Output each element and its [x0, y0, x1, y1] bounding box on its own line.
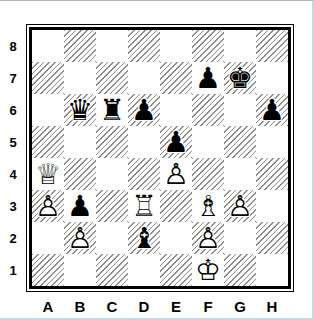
square-f8: [192, 30, 224, 62]
square-b8: [64, 30, 96, 62]
piece-halo: ♛: [32, 158, 64, 190]
square-c7: [96, 62, 128, 94]
square-g7: ♚♚: [224, 62, 256, 94]
square-e5: ♟♟: [160, 126, 192, 158]
square-f7: ♟♟: [192, 62, 224, 94]
square-h2: [256, 222, 288, 254]
square-h1: [256, 254, 288, 286]
rank-label-7: 7: [0, 62, 26, 94]
black-pawn-piece: ♟: [128, 94, 160, 126]
rank-label-6: 6: [0, 94, 26, 126]
square-c5: [96, 126, 128, 158]
square-h6: ♟♟: [256, 94, 288, 126]
square-f6: [192, 94, 224, 126]
square-a1: [32, 254, 64, 286]
square-c6: ♜♜: [96, 94, 128, 126]
square-g5: [224, 126, 256, 158]
white-pawn-piece: ♙: [160, 158, 192, 190]
square-d6: ♟♟: [128, 94, 160, 126]
square-e8: [160, 30, 192, 62]
square-c4: [96, 158, 128, 190]
rank-label-2: 2: [0, 222, 26, 254]
square-h3: [256, 190, 288, 222]
square-a5: [32, 126, 64, 158]
chess-diagram: 87654321 ♟♟♚♚♛♛♜♜♟♟♟♟♟♟♛♕♟♙♟♙♟♟♜♖♝♗♟♙♟♙♝…: [0, 0, 314, 320]
square-a6: [32, 94, 64, 126]
square-g8: [224, 30, 256, 62]
rank-labels: 87654321: [0, 30, 26, 286]
square-b6: ♛♛: [64, 94, 96, 126]
square-b3: ♟♟: [64, 190, 96, 222]
file-labels: ABCDEFGH: [32, 296, 288, 316]
piece-halo: ♟: [224, 190, 256, 222]
square-d8: [128, 30, 160, 62]
square-e1: [160, 254, 192, 286]
square-a3: ♟♙: [32, 190, 64, 222]
piece-halo: ♝: [192, 190, 224, 222]
square-c8: [96, 30, 128, 62]
square-d4: [128, 158, 160, 190]
rank-label-5: 5: [0, 126, 26, 158]
file-label-h: H: [256, 296, 288, 316]
square-g2: [224, 222, 256, 254]
black-pawn-piece: ♟: [160, 126, 192, 158]
square-f2: ♟♙: [192, 222, 224, 254]
piece-halo: ♟: [128, 94, 160, 126]
square-a4: ♛♕: [32, 158, 64, 190]
square-f5: [192, 126, 224, 158]
piece-halo: ♜: [96, 94, 128, 126]
piece-halo: ♜: [128, 190, 160, 222]
black-rook-piece: ♜: [96, 94, 128, 126]
black-bishop-piece: ♝: [128, 222, 160, 254]
square-d3: ♜♖: [128, 190, 160, 222]
square-d5: [128, 126, 160, 158]
white-queen-piece: ♕: [32, 158, 64, 190]
piece-halo: ♟: [192, 62, 224, 94]
black-pawn-piece: ♟: [64, 190, 96, 222]
square-a8: [32, 30, 64, 62]
square-h7: [256, 62, 288, 94]
file-label-b: B: [64, 296, 96, 316]
square-d1: [128, 254, 160, 286]
square-d7: [128, 62, 160, 94]
piece-halo: ♟: [160, 126, 192, 158]
square-e2: [160, 222, 192, 254]
square-d2: ♝♝: [128, 222, 160, 254]
rank-label-3: 3: [0, 190, 26, 222]
square-c1: [96, 254, 128, 286]
file-label-d: D: [128, 296, 160, 316]
white-king-piece: ♔: [192, 254, 224, 286]
square-f4: [192, 158, 224, 190]
black-king-piece: ♚: [224, 62, 256, 94]
piece-halo: ♚: [224, 62, 256, 94]
square-g6: [224, 94, 256, 126]
file-label-c: C: [96, 296, 128, 316]
black-pawn-piece: ♟: [192, 62, 224, 94]
file-label-f: F: [192, 296, 224, 316]
white-pawn-piece: ♙: [224, 190, 256, 222]
square-e7: [160, 62, 192, 94]
piece-halo: ♟: [64, 222, 96, 254]
chess-board: ♟♟♚♚♛♛♜♜♟♟♟♟♟♟♛♕♟♙♟♙♟♟♜♖♝♗♟♙♟♙♝♝♟♙♚♔: [29, 27, 291, 289]
file-label-g: G: [224, 296, 256, 316]
square-b5: [64, 126, 96, 158]
piece-halo: ♟: [64, 190, 96, 222]
square-g1: [224, 254, 256, 286]
square-b7: [64, 62, 96, 94]
rank-label-8: 8: [0, 30, 26, 62]
black-queen-piece: ♛: [64, 94, 96, 126]
square-h5: [256, 126, 288, 158]
square-b1: [64, 254, 96, 286]
square-a2: [32, 222, 64, 254]
board-frame: ♟♟♚♚♛♛♜♜♟♟♟♟♟♟♛♕♟♙♟♙♟♟♜♖♝♗♟♙♟♙♝♝♟♙♚♔: [26, 24, 294, 292]
white-pawn-piece: ♙: [32, 190, 64, 222]
square-e3: [160, 190, 192, 222]
white-pawn-piece: ♙: [64, 222, 96, 254]
white-rook-piece: ♖: [128, 190, 160, 222]
square-g3: ♟♙: [224, 190, 256, 222]
piece-halo: ♟: [256, 94, 288, 126]
square-b4: [64, 158, 96, 190]
black-pawn-piece: ♟: [256, 94, 288, 126]
square-b2: ♟♙: [64, 222, 96, 254]
square-f3: ♝♗: [192, 190, 224, 222]
file-label-e: E: [160, 296, 192, 316]
white-bishop-piece: ♗: [192, 190, 224, 222]
piece-halo: ♛: [64, 94, 96, 126]
piece-halo: ♝: [128, 222, 160, 254]
square-g4: [224, 158, 256, 190]
square-c2: [96, 222, 128, 254]
square-e6: [160, 94, 192, 126]
rank-label-4: 4: [0, 158, 26, 190]
square-e4: ♟♙: [160, 158, 192, 190]
rank-label-1: 1: [0, 254, 26, 286]
square-h4: [256, 158, 288, 190]
piece-halo: ♟: [192, 222, 224, 254]
piece-halo: ♚: [192, 254, 224, 286]
square-c3: [96, 190, 128, 222]
file-label-a: A: [32, 296, 64, 316]
square-h8: [256, 30, 288, 62]
piece-halo: ♟: [32, 190, 64, 222]
white-pawn-piece: ♙: [192, 222, 224, 254]
square-f1: ♚♔: [192, 254, 224, 286]
piece-halo: ♟: [160, 158, 192, 190]
square-a7: [32, 62, 64, 94]
